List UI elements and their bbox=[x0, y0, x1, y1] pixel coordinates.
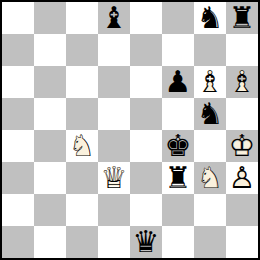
square-a3[interactable] bbox=[2, 162, 34, 194]
square-g5[interactable]: ♞ bbox=[194, 98, 226, 130]
square-g7[interactable] bbox=[194, 34, 226, 66]
piece-fill-layer: ♝ bbox=[226, 66, 258, 98]
piece-fill-layer: ♝ bbox=[194, 66, 226, 98]
piece-white-knight: ♞♘ bbox=[194, 162, 226, 194]
square-f2[interactable] bbox=[162, 194, 194, 226]
square-a8[interactable] bbox=[2, 2, 34, 34]
piece-outline-layer: ♗ bbox=[226, 66, 258, 98]
square-a5[interactable] bbox=[2, 98, 34, 130]
square-a1[interactable] bbox=[2, 226, 34, 258]
piece-white-queen: ♛♕ bbox=[98, 162, 130, 194]
square-f3[interactable]: ♜ bbox=[162, 162, 194, 194]
square-b6[interactable] bbox=[34, 66, 66, 98]
square-c1[interactable] bbox=[66, 226, 98, 258]
square-c5[interactable] bbox=[66, 98, 98, 130]
square-b3[interactable] bbox=[34, 162, 66, 194]
square-e7[interactable] bbox=[130, 34, 162, 66]
square-a6[interactable] bbox=[2, 66, 34, 98]
square-b1[interactable] bbox=[34, 226, 66, 258]
square-g4[interactable] bbox=[194, 130, 226, 162]
square-h1[interactable] bbox=[226, 226, 258, 258]
piece-black-knight: ♞ bbox=[194, 2, 226, 34]
square-e2[interactable] bbox=[130, 194, 162, 226]
square-b5[interactable] bbox=[34, 98, 66, 130]
square-g8[interactable]: ♞ bbox=[194, 2, 226, 34]
square-d8[interactable]: ♝ bbox=[98, 2, 130, 34]
piece-fill-layer: ♟ bbox=[226, 162, 258, 194]
square-e4[interactable] bbox=[130, 130, 162, 162]
piece-outline-layer: ♗ bbox=[194, 66, 226, 98]
chess-board-frame: ♝♞♜♟♝♗♝♗♞♞♘♚♚♔♛♕♜♞♘♟♙♛ bbox=[0, 0, 260, 260]
square-c4[interactable]: ♞♘ bbox=[66, 130, 98, 162]
piece-outline-layer: ♘ bbox=[194, 162, 226, 194]
square-e5[interactable] bbox=[130, 98, 162, 130]
piece-black-pawn: ♟ bbox=[162, 66, 194, 98]
piece-white-pawn: ♟♙ bbox=[226, 162, 258, 194]
square-d3[interactable]: ♛♕ bbox=[98, 162, 130, 194]
piece-black-bishop: ♝ bbox=[98, 2, 130, 34]
piece-black-king: ♚ bbox=[162, 130, 194, 162]
square-g6[interactable]: ♝♗ bbox=[194, 66, 226, 98]
square-h2[interactable] bbox=[226, 194, 258, 226]
square-b2[interactable] bbox=[34, 194, 66, 226]
square-a4[interactable] bbox=[2, 130, 34, 162]
piece-fill-layer: ♞ bbox=[66, 130, 98, 162]
square-f4[interactable]: ♚ bbox=[162, 130, 194, 162]
square-b8[interactable] bbox=[34, 2, 66, 34]
square-h3[interactable]: ♟♙ bbox=[226, 162, 258, 194]
piece-black-knight: ♞ bbox=[194, 98, 226, 130]
piece-black-queen: ♛ bbox=[130, 226, 162, 258]
square-h4[interactable]: ♚♔ bbox=[226, 130, 258, 162]
square-c2[interactable] bbox=[66, 194, 98, 226]
square-f5[interactable] bbox=[162, 98, 194, 130]
piece-outline-layer: ♙ bbox=[226, 162, 258, 194]
square-f7[interactable] bbox=[162, 34, 194, 66]
square-h7[interactable] bbox=[226, 34, 258, 66]
piece-outline-layer: ♔ bbox=[226, 130, 258, 162]
square-a7[interactable] bbox=[2, 34, 34, 66]
piece-white-knight: ♞♘ bbox=[66, 130, 98, 162]
square-f1[interactable] bbox=[162, 226, 194, 258]
square-e6[interactable] bbox=[130, 66, 162, 98]
square-h8[interactable]: ♜ bbox=[226, 2, 258, 34]
square-d2[interactable] bbox=[98, 194, 130, 226]
square-e8[interactable] bbox=[130, 2, 162, 34]
piece-white-bishop: ♝♗ bbox=[194, 66, 226, 98]
piece-fill-layer: ♞ bbox=[194, 162, 226, 194]
square-e1[interactable]: ♛ bbox=[130, 226, 162, 258]
piece-fill-layer: ♚ bbox=[226, 130, 258, 162]
chess-board: ♝♞♜♟♝♗♝♗♞♞♘♚♚♔♛♕♜♞♘♟♙♛ bbox=[2, 2, 258, 258]
square-c6[interactable] bbox=[66, 66, 98, 98]
square-d6[interactable] bbox=[98, 66, 130, 98]
square-c8[interactable] bbox=[66, 2, 98, 34]
square-f8[interactable] bbox=[162, 2, 194, 34]
square-a2[interactable] bbox=[2, 194, 34, 226]
square-h6[interactable]: ♝♗ bbox=[226, 66, 258, 98]
square-b4[interactable] bbox=[34, 130, 66, 162]
square-d5[interactable] bbox=[98, 98, 130, 130]
square-e3[interactable] bbox=[130, 162, 162, 194]
piece-black-rook: ♜ bbox=[226, 2, 258, 34]
square-g1[interactable] bbox=[194, 226, 226, 258]
square-f6[interactable]: ♟ bbox=[162, 66, 194, 98]
square-d4[interactable] bbox=[98, 130, 130, 162]
piece-white-bishop: ♝♗ bbox=[226, 66, 258, 98]
piece-white-king: ♚♔ bbox=[226, 130, 258, 162]
piece-black-rook: ♜ bbox=[162, 162, 194, 194]
piece-outline-layer: ♘ bbox=[66, 130, 98, 162]
square-d1[interactable] bbox=[98, 226, 130, 258]
square-g3[interactable]: ♞♘ bbox=[194, 162, 226, 194]
square-g2[interactable] bbox=[194, 194, 226, 226]
piece-outline-layer: ♕ bbox=[98, 162, 130, 194]
square-d7[interactable] bbox=[98, 34, 130, 66]
square-c3[interactable] bbox=[66, 162, 98, 194]
piece-fill-layer: ♛ bbox=[98, 162, 130, 194]
square-b7[interactable] bbox=[34, 34, 66, 66]
square-h5[interactable] bbox=[226, 98, 258, 130]
square-c7[interactable] bbox=[66, 34, 98, 66]
